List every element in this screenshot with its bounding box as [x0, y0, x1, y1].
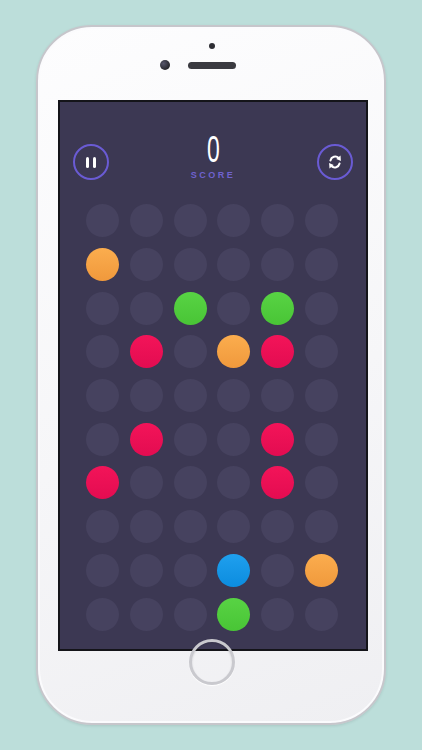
- empty-cell: [305, 248, 338, 281]
- empty-cell: [130, 466, 163, 499]
- board-cell-r0c4: [256, 199, 300, 243]
- board-cell-r7c0: [81, 505, 125, 549]
- board-cell-r9c3: [212, 592, 256, 636]
- board-cell-r0c0: [81, 199, 125, 243]
- empty-cell: [86, 554, 119, 587]
- dot-red[interactable]: [130, 335, 163, 368]
- board-cell-r5c5: [299, 417, 343, 461]
- earpiece-speaker: [188, 62, 236, 69]
- board-cell-r6c0: [81, 461, 125, 505]
- board-cell-r3c1: [125, 330, 169, 374]
- dot-blue[interactable]: [217, 554, 250, 587]
- empty-cell: [174, 423, 207, 456]
- dot-green[interactable]: [217, 598, 250, 631]
- empty-cell: [217, 379, 250, 412]
- board-cell-r9c0: [81, 592, 125, 636]
- empty-cell: [305, 379, 338, 412]
- board-cell-r9c5: [299, 592, 343, 636]
- board-cell-r0c1: [125, 199, 169, 243]
- board-cell-r6c5: [299, 461, 343, 505]
- board-cell-r5c0: [81, 417, 125, 461]
- board-cell-r7c3: [212, 505, 256, 549]
- empty-cell: [130, 248, 163, 281]
- board-cell-r8c4: [256, 549, 300, 593]
- board-cell-r0c2: [168, 199, 212, 243]
- empty-cell: [305, 292, 338, 325]
- board-cell-r1c0: [81, 243, 125, 287]
- board-cell-r3c0: [81, 330, 125, 374]
- empty-cell: [217, 204, 250, 237]
- empty-cell: [174, 379, 207, 412]
- empty-cell: [305, 335, 338, 368]
- board-cell-r3c4: [256, 330, 300, 374]
- empty-cell: [261, 554, 294, 587]
- empty-cell: [130, 554, 163, 587]
- board-cell-r3c5: [299, 330, 343, 374]
- empty-cell: [261, 248, 294, 281]
- empty-cell: [174, 510, 207, 543]
- dot-orange[interactable]: [217, 335, 250, 368]
- sensor-dot: [209, 43, 215, 49]
- empty-cell: [174, 335, 207, 368]
- empty-cell: [217, 423, 250, 456]
- refresh-button[interactable]: [317, 144, 353, 180]
- board-cell-r0c3: [212, 199, 256, 243]
- empty-cell: [261, 379, 294, 412]
- empty-cell: [130, 292, 163, 325]
- empty-cell: [261, 598, 294, 631]
- empty-cell: [217, 510, 250, 543]
- board-cell-r9c4: [256, 592, 300, 636]
- board-cell-r7c4: [256, 505, 300, 549]
- board-cell-r1c3: [212, 243, 256, 287]
- empty-cell: [217, 292, 250, 325]
- empty-cell: [217, 466, 250, 499]
- dot-red[interactable]: [261, 335, 294, 368]
- empty-cell: [86, 292, 119, 325]
- dot-red[interactable]: [261, 466, 294, 499]
- board-cell-r5c3: [212, 417, 256, 461]
- board-cell-r4c3: [212, 374, 256, 418]
- board-cell-r8c0: [81, 549, 125, 593]
- dot-red[interactable]: [261, 423, 294, 456]
- empty-cell: [86, 423, 119, 456]
- refresh-icon: [327, 154, 343, 170]
- board-cell-r4c0: [81, 374, 125, 418]
- board-cell-r3c3: [212, 330, 256, 374]
- board-cell-r6c3: [212, 461, 256, 505]
- empty-cell: [174, 598, 207, 631]
- board-cell-r3c2: [168, 330, 212, 374]
- board-cell-r9c1: [125, 592, 169, 636]
- board-cell-r1c1: [125, 243, 169, 287]
- empty-cell: [305, 510, 338, 543]
- phone-frame: 0 SCORE: [36, 25, 386, 725]
- board-cell-r0c5: [299, 199, 343, 243]
- empty-cell: [261, 204, 294, 237]
- board-cell-r4c2: [168, 374, 212, 418]
- board-cell-r5c4: [256, 417, 300, 461]
- board-cell-r8c3: [212, 549, 256, 593]
- board-cell-r2c3: [212, 286, 256, 330]
- board-cell-r9c2: [168, 592, 212, 636]
- empty-cell: [174, 248, 207, 281]
- board-cell-r1c2: [168, 243, 212, 287]
- board-cell-r7c2: [168, 505, 212, 549]
- empty-cell: [130, 379, 163, 412]
- dot-orange[interactable]: [86, 248, 119, 281]
- board-cell-r4c1: [125, 374, 169, 418]
- board-cell-r6c4: [256, 461, 300, 505]
- empty-cell: [261, 510, 294, 543]
- board-cell-r4c4: [256, 374, 300, 418]
- empty-cell: [130, 204, 163, 237]
- score-value: 0: [207, 135, 220, 165]
- empty-cell: [174, 554, 207, 587]
- empty-cell: [217, 248, 250, 281]
- board-cell-r8c2: [168, 549, 212, 593]
- empty-cell: [86, 335, 119, 368]
- dot-green[interactable]: [261, 292, 294, 325]
- screen: 0 SCORE: [58, 100, 368, 651]
- dot-red[interactable]: [86, 466, 119, 499]
- empty-cell: [86, 598, 119, 631]
- board-cell-r2c0: [81, 286, 125, 330]
- dot-orange[interactable]: [305, 554, 338, 587]
- empty-cell: [174, 204, 207, 237]
- board-cell-r2c1: [125, 286, 169, 330]
- board-cell-r2c5: [299, 286, 343, 330]
- board-cell-r4c5: [299, 374, 343, 418]
- home-button[interactable]: [189, 639, 235, 685]
- board-cell-r2c4: [256, 286, 300, 330]
- page-background: 0 SCORE: [0, 0, 422, 750]
- board-cell-r1c4: [256, 243, 300, 287]
- empty-cell: [305, 204, 338, 237]
- board-cell-r6c1: [125, 461, 169, 505]
- board-cell-r7c5: [299, 505, 343, 549]
- front-camera: [160, 60, 170, 70]
- empty-cell: [130, 598, 163, 631]
- board-cell-r6c2: [168, 461, 212, 505]
- board-cell-r5c2: [168, 417, 212, 461]
- empty-cell: [86, 204, 119, 237]
- dot-green[interactable]: [174, 292, 207, 325]
- board-cell-r1c5: [299, 243, 343, 287]
- game-board: [81, 199, 343, 636]
- board-cell-r5c1: [125, 417, 169, 461]
- empty-cell: [86, 379, 119, 412]
- empty-cell: [305, 598, 338, 631]
- board-cell-r7c1: [125, 505, 169, 549]
- empty-cell: [305, 423, 338, 456]
- board-cell-r2c2: [168, 286, 212, 330]
- empty-cell: [305, 466, 338, 499]
- board-cell-r8c1: [125, 549, 169, 593]
- empty-cell: [86, 510, 119, 543]
- dot-red[interactable]: [130, 423, 163, 456]
- empty-cell: [174, 466, 207, 499]
- empty-cell: [130, 510, 163, 543]
- board-cell-r8c5: [299, 549, 343, 593]
